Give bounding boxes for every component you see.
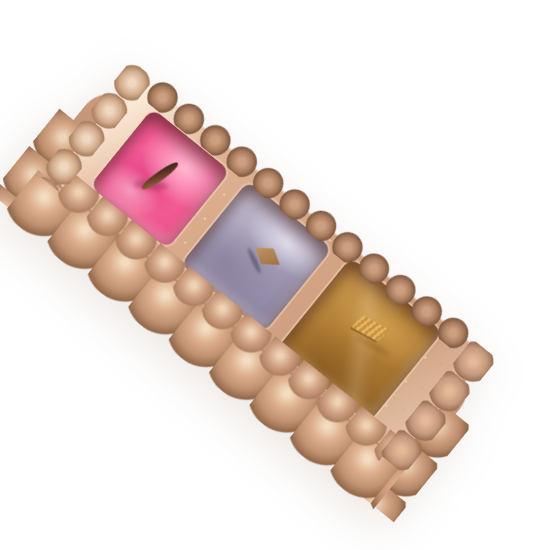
product-photo (0, 0, 550, 550)
candle-tray (52, 73, 484, 459)
